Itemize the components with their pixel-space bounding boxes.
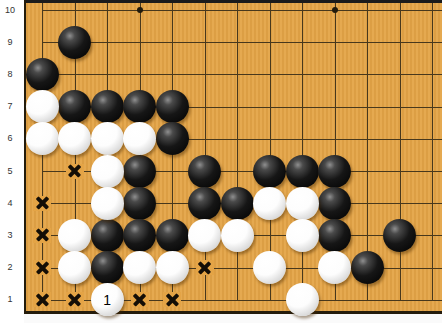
- board-left-edge: [24, 0, 26, 314]
- black-stone[interactable]: [221, 187, 254, 220]
- row-label: 1: [0, 294, 20, 305]
- black-stone[interactable]: [253, 155, 286, 188]
- row-label: 6: [0, 133, 20, 144]
- x-mark[interactable]: [33, 260, 51, 275]
- white-stone[interactable]: [58, 219, 91, 252]
- white-stone[interactable]: [91, 122, 124, 155]
- white-stone[interactable]: [58, 251, 91, 284]
- black-stone[interactable]: [91, 90, 124, 123]
- white-stone[interactable]: [91, 155, 124, 188]
- black-stone[interactable]: [286, 155, 319, 188]
- row-label: 2: [0, 262, 20, 273]
- black-stone[interactable]: [123, 219, 156, 252]
- black-stone[interactable]: [318, 187, 351, 220]
- black-stone[interactable]: [58, 26, 91, 59]
- white-stone[interactable]: [26, 90, 59, 123]
- black-stone[interactable]: [91, 219, 124, 252]
- grid-line: [237, 3, 238, 301]
- white-stone[interactable]: [286, 187, 319, 220]
- black-stone[interactable]: [123, 90, 156, 123]
- grid-line: [302, 3, 303, 301]
- x-mark[interactable]: [33, 292, 51, 307]
- black-stone[interactable]: [123, 187, 156, 220]
- x-mark[interactable]: [196, 260, 214, 275]
- black-stone[interactable]: [351, 251, 384, 284]
- row-label: 3: [0, 230, 20, 241]
- white-stone[interactable]: [188, 219, 221, 252]
- board-bottom-edge: [24, 311, 442, 314]
- black-stone[interactable]: [26, 58, 59, 91]
- row-label: 10: [0, 5, 20, 16]
- row-label: 9: [0, 37, 20, 48]
- white-stone[interactable]: [253, 187, 286, 220]
- go-problem-screenshot: 10987654321 1: [0, 0, 442, 323]
- grid-line: [205, 3, 206, 301]
- row-label: 7: [0, 101, 20, 112]
- white-stone[interactable]: [26, 122, 59, 155]
- black-stone[interactable]: [156, 219, 189, 252]
- grid-line: [432, 3, 433, 301]
- white-stone[interactable]: [123, 251, 156, 284]
- white-stone[interactable]: 1: [91, 283, 124, 316]
- row-label: 4: [0, 198, 20, 209]
- x-mark[interactable]: [66, 164, 84, 179]
- star-point: [137, 7, 143, 13]
- black-stone[interactable]: [123, 155, 156, 188]
- x-mark[interactable]: [131, 292, 149, 307]
- white-stone[interactable]: [91, 187, 124, 220]
- white-stone[interactable]: [221, 219, 254, 252]
- black-stone[interactable]: [156, 90, 189, 123]
- grid-line: [42, 10, 442, 11]
- grid-line: [42, 42, 442, 43]
- black-stone[interactable]: [188, 155, 221, 188]
- x-mark[interactable]: [33, 196, 51, 211]
- row-label: 8: [0, 69, 20, 80]
- x-mark[interactable]: [163, 292, 181, 307]
- row-label: 5: [0, 166, 20, 177]
- black-stone[interactable]: [318, 155, 351, 188]
- x-mark[interactable]: [33, 228, 51, 243]
- black-stone[interactable]: [91, 251, 124, 284]
- grid-line: [42, 74, 442, 75]
- move-number-label: 1: [103, 293, 111, 307]
- black-stone[interactable]: [156, 122, 189, 155]
- black-stone[interactable]: [58, 90, 91, 123]
- grid-line: [400, 3, 401, 301]
- white-stone[interactable]: [156, 251, 189, 284]
- top-border: [24, 0, 442, 3]
- white-stone[interactable]: [286, 283, 319, 316]
- white-stone[interactable]: [286, 219, 319, 252]
- star-point: [332, 7, 338, 13]
- x-mark[interactable]: [66, 292, 84, 307]
- row-labels-gutter: 10987654321: [0, 0, 24, 323]
- black-stone[interactable]: [188, 187, 221, 220]
